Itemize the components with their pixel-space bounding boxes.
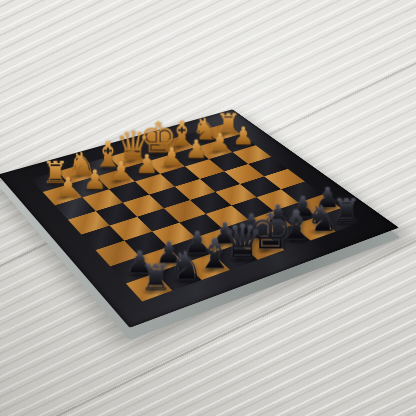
wood-table-surface: ♜♞♝♛♚♝♞♜♟♟♟♟♟♟♟♟♟♟♟♟♟♟♟♟♜♞♝♛♚♝♞♜ <box>0 0 416 416</box>
chess-board: ♜♞♝♛♚♝♞♜♟♟♟♟♟♟♟♟♟♟♟♟♟♟♟♟♜♞♝♛♚♝♞♜ <box>0 109 399 328</box>
golden-pawn-a2[interactable]: ♟ <box>44 176 92 201</box>
black-rook-a8[interactable]: ♜ <box>129 262 184 295</box>
board-perspective-wrapper: ♜♞♝♛♚♝♞♜♟♟♟♟♟♟♟♟♟♟♟♟♟♟♟♟♜♞♝♛♚♝♞♜ <box>44 54 336 346</box>
